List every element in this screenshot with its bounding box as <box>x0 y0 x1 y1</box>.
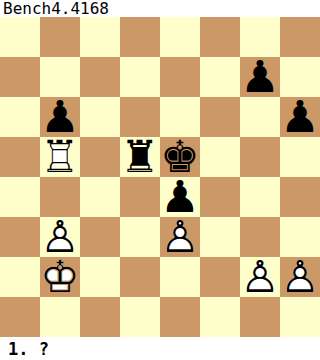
square-d6[interactable] <box>120 97 160 137</box>
piece-black-pawn: ♟ <box>160 177 200 217</box>
square-e6[interactable] <box>160 97 200 137</box>
piece-white-pawn: ♟♙ <box>40 217 80 257</box>
square-b3[interactable]: ♟♙ <box>40 217 80 257</box>
square-c8[interactable] <box>80 17 120 57</box>
square-c5[interactable] <box>80 137 120 177</box>
square-b5[interactable]: ♜♖ <box>40 137 80 177</box>
square-h2[interactable]: ♟♙ <box>280 257 320 297</box>
piece-black-king: ♚ <box>160 137 200 177</box>
square-c4[interactable] <box>80 177 120 217</box>
square-e8[interactable] <box>160 17 200 57</box>
square-b7[interactable] <box>40 57 80 97</box>
piece-white-pawn: ♟♙ <box>280 257 320 297</box>
square-d1[interactable] <box>120 297 160 337</box>
square-f1[interactable] <box>200 297 240 337</box>
square-e4[interactable]: ♟ <box>160 177 200 217</box>
square-g6[interactable] <box>240 97 280 137</box>
square-e3[interactable]: ♟♙ <box>160 217 200 257</box>
square-g2[interactable]: ♟♙ <box>240 257 280 297</box>
square-h7[interactable] <box>280 57 320 97</box>
square-e2[interactable] <box>160 257 200 297</box>
position-title: Bench4.4168 <box>3 0 109 17</box>
square-a1[interactable] <box>0 297 40 337</box>
chess-diagram-window: { "game": "chess", "header": { "title": … <box>0 0 320 360</box>
square-g4[interactable] <box>240 177 280 217</box>
piece-black-pawn: ♟ <box>40 97 80 137</box>
square-g1[interactable] <box>240 297 280 337</box>
square-c3[interactable] <box>80 217 120 257</box>
square-d5[interactable]: ♜ <box>120 137 160 177</box>
square-a7[interactable] <box>0 57 40 97</box>
square-f3[interactable] <box>200 217 240 257</box>
piece-white-king: ♚♔ <box>40 257 80 297</box>
piece-white-pawn: ♟♙ <box>160 217 200 257</box>
square-c1[interactable] <box>80 297 120 337</box>
square-a5[interactable] <box>0 137 40 177</box>
square-h6[interactable]: ♟ <box>280 97 320 137</box>
square-g8[interactable] <box>240 17 280 57</box>
square-d7[interactable] <box>120 57 160 97</box>
square-d2[interactable] <box>120 257 160 297</box>
square-h8[interactable] <box>280 17 320 57</box>
square-g7[interactable]: ♟ <box>240 57 280 97</box>
square-g3[interactable] <box>240 217 280 257</box>
square-d3[interactable] <box>120 217 160 257</box>
piece-white-pawn: ♟♙ <box>240 257 280 297</box>
square-a8[interactable] <box>0 17 40 57</box>
piece-black-rook: ♜ <box>120 137 160 177</box>
square-f4[interactable] <box>200 177 240 217</box>
square-f7[interactable] <box>200 57 240 97</box>
square-b8[interactable] <box>40 17 80 57</box>
square-c2[interactable] <box>80 257 120 297</box>
square-h4[interactable] <box>280 177 320 217</box>
square-b1[interactable] <box>40 297 80 337</box>
piece-white-rook: ♜♖ <box>40 137 80 177</box>
square-a6[interactable] <box>0 97 40 137</box>
square-h5[interactable] <box>280 137 320 177</box>
square-e7[interactable] <box>160 57 200 97</box>
square-d8[interactable] <box>120 17 160 57</box>
square-f8[interactable] <box>200 17 240 57</box>
square-b6[interactable]: ♟ <box>40 97 80 137</box>
square-c6[interactable] <box>80 97 120 137</box>
square-g5[interactable] <box>240 137 280 177</box>
chess-board: ♟♟♟♜♖♜♚♟♟♙♟♙♚♔♟♙♟♙ <box>0 17 320 337</box>
square-a4[interactable] <box>0 177 40 217</box>
square-f2[interactable] <box>200 257 240 297</box>
square-h1[interactable] <box>280 297 320 337</box>
square-e5[interactable]: ♚ <box>160 137 200 177</box>
move-prompt: 1. ? <box>8 338 49 360</box>
square-h3[interactable] <box>280 217 320 257</box>
square-d4[interactable] <box>120 177 160 217</box>
square-a2[interactable] <box>0 257 40 297</box>
piece-black-pawn: ♟ <box>280 97 320 137</box>
square-b2[interactable]: ♚♔ <box>40 257 80 297</box>
square-a3[interactable] <box>0 217 40 257</box>
square-c7[interactable] <box>80 57 120 97</box>
square-f5[interactable] <box>200 137 240 177</box>
square-e1[interactable] <box>160 297 200 337</box>
square-f6[interactable] <box>200 97 240 137</box>
square-b4[interactable] <box>40 177 80 217</box>
piece-black-pawn: ♟ <box>240 57 280 97</box>
